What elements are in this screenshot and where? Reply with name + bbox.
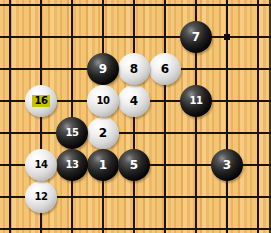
stone-black-3: 3 bbox=[211, 149, 243, 181]
grid-line-horizontal bbox=[0, 36, 271, 38]
move-number: 15 bbox=[66, 128, 79, 138]
grid-line-vertical bbox=[257, 0, 259, 233]
stone-white-4: 4 bbox=[118, 85, 150, 117]
stone-white-12: 12 bbox=[25, 181, 57, 213]
stone-black-11: 11 bbox=[180, 85, 212, 117]
move-number: 6 bbox=[161, 63, 169, 75]
stone-white-14: 14 bbox=[25, 149, 57, 181]
stone-white-8: 8 bbox=[118, 53, 150, 85]
move-number: 2 bbox=[99, 127, 107, 139]
move-number: 12 bbox=[35, 192, 48, 202]
move-number: 14 bbox=[35, 160, 48, 170]
stone-black-13: 13 bbox=[56, 149, 88, 181]
grid-line-horizontal bbox=[0, 228, 271, 230]
move-number: 10 bbox=[97, 96, 110, 106]
move-number: 8 bbox=[130, 63, 138, 75]
move-number: 7 bbox=[192, 31, 200, 43]
stone-black-5: 5 bbox=[118, 149, 150, 181]
move-number: 11 bbox=[190, 96, 203, 106]
grid-line-horizontal bbox=[0, 4, 271, 6]
hoshi-star-point bbox=[224, 34, 230, 40]
move-number: 1 bbox=[99, 159, 107, 171]
image-right-border bbox=[269, 0, 271, 233]
stone-white-6: 6 bbox=[149, 53, 181, 85]
move-number: 4 bbox=[130, 95, 138, 107]
stone-black-15: 15 bbox=[56, 117, 88, 149]
stone-white-2: 2 bbox=[87, 117, 119, 149]
grid-line-horizontal bbox=[0, 132, 271, 134]
grid-line-vertical bbox=[9, 0, 11, 233]
move-number: 16 bbox=[32, 95, 51, 107]
stone-white-16: 16 bbox=[25, 85, 57, 117]
grid-line-vertical bbox=[164, 0, 166, 233]
stone-black-7: 7 bbox=[180, 21, 212, 53]
move-number: 5 bbox=[130, 159, 138, 171]
move-number: 9 bbox=[99, 63, 107, 75]
stone-white-10: 10 bbox=[87, 85, 119, 117]
go-board[interactable]: 12345678910111213141516 bbox=[0, 0, 271, 233]
move-number: 3 bbox=[223, 159, 231, 171]
stone-black-9: 9 bbox=[87, 53, 119, 85]
move-number: 13 bbox=[66, 160, 79, 170]
stone-black-1: 1 bbox=[87, 149, 119, 181]
